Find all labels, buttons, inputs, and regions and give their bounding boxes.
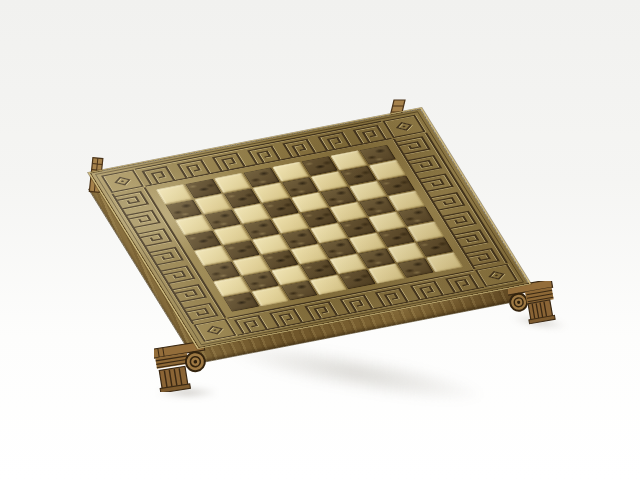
ionic-foot-front-left-icon	[154, 342, 208, 392]
ionic-foot-front-right-icon	[508, 281, 556, 325]
product-photo	[0, 0, 640, 480]
